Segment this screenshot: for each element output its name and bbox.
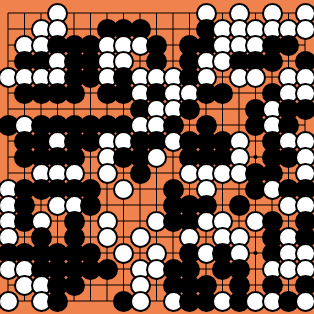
intersection-q1[interactable] bbox=[264, 293, 281, 309]
intersection-s17[interactable] bbox=[297, 37, 314, 53]
intersection-g5[interactable] bbox=[99, 229, 116, 245]
intersection-m6[interactable] bbox=[198, 213, 215, 229]
intersection-c12[interactable] bbox=[33, 117, 50, 133]
intersection-f15[interactable] bbox=[82, 69, 99, 85]
intersection-f16[interactable] bbox=[82, 53, 99, 69]
intersection-i10[interactable] bbox=[132, 149, 149, 165]
intersection-d17[interactable] bbox=[49, 37, 66, 53]
intersection-r10[interactable] bbox=[280, 149, 297, 165]
intersection-k12[interactable] bbox=[165, 117, 182, 133]
intersection-j1[interactable] bbox=[148, 293, 165, 309]
intersection-e12[interactable] bbox=[66, 117, 83, 133]
intersection-m5[interactable] bbox=[198, 229, 215, 245]
intersection-p8[interactable] bbox=[247, 181, 264, 197]
intersection-n6[interactable] bbox=[214, 213, 231, 229]
intersection-p19[interactable] bbox=[247, 5, 264, 21]
intersection-g10[interactable] bbox=[99, 149, 116, 165]
intersection-m4[interactable] bbox=[198, 245, 215, 261]
intersection-l10[interactable] bbox=[181, 149, 198, 165]
intersection-b4[interactable] bbox=[16, 245, 33, 261]
intersection-o19[interactable] bbox=[231, 5, 248, 21]
intersection-r3[interactable] bbox=[280, 261, 297, 277]
intersection-l8[interactable] bbox=[181, 181, 198, 197]
intersection-h1[interactable] bbox=[115, 293, 132, 309]
intersection-c1[interactable] bbox=[33, 293, 50, 309]
intersection-f18[interactable] bbox=[82, 21, 99, 37]
intersection-f2[interactable] bbox=[82, 277, 99, 293]
intersection-m19[interactable] bbox=[198, 5, 215, 21]
intersection-l6[interactable] bbox=[181, 213, 198, 229]
intersection-j11[interactable] bbox=[148, 133, 165, 149]
intersection-a15[interactable] bbox=[0, 69, 16, 85]
intersection-d6[interactable] bbox=[49, 213, 66, 229]
intersection-b19[interactable] bbox=[16, 5, 33, 21]
intersection-c17[interactable] bbox=[33, 37, 50, 53]
intersection-f10[interactable] bbox=[82, 149, 99, 165]
intersection-d10[interactable] bbox=[49, 149, 66, 165]
intersection-k8[interactable] bbox=[165, 181, 182, 197]
intersection-b3[interactable] bbox=[16, 261, 33, 277]
intersection-r8[interactable] bbox=[280, 181, 297, 197]
intersection-k16[interactable] bbox=[165, 53, 182, 69]
intersection-e10[interactable] bbox=[66, 149, 83, 165]
intersection-p13[interactable] bbox=[247, 101, 264, 117]
intersection-k4[interactable] bbox=[165, 245, 182, 261]
intersection-q15[interactable] bbox=[264, 69, 281, 85]
intersection-h2[interactable] bbox=[115, 277, 132, 293]
intersection-l17[interactable] bbox=[181, 37, 198, 53]
intersection-c3[interactable] bbox=[33, 261, 50, 277]
intersection-f8[interactable] bbox=[82, 181, 99, 197]
intersection-l13[interactable] bbox=[181, 101, 198, 117]
intersection-f5[interactable] bbox=[82, 229, 99, 245]
intersection-r5[interactable] bbox=[280, 229, 297, 245]
intersection-b14[interactable] bbox=[16, 85, 33, 101]
intersection-g18[interactable] bbox=[99, 21, 116, 37]
intersection-c18[interactable] bbox=[33, 21, 50, 37]
intersection-e1[interactable] bbox=[66, 293, 83, 309]
intersection-g7[interactable] bbox=[99, 197, 116, 213]
intersection-p16[interactable] bbox=[247, 53, 264, 69]
intersection-j14[interactable] bbox=[148, 85, 165, 101]
intersection-r2[interactable] bbox=[280, 277, 297, 293]
intersection-p12[interactable] bbox=[247, 117, 264, 133]
intersection-d3[interactable] bbox=[49, 261, 66, 277]
intersection-c11[interactable] bbox=[33, 133, 50, 149]
intersection-q16[interactable] bbox=[264, 53, 281, 69]
intersection-p11[interactable] bbox=[247, 133, 264, 149]
intersection-k10[interactable] bbox=[165, 149, 182, 165]
intersection-a9[interactable] bbox=[0, 165, 16, 181]
intersection-g12[interactable] bbox=[99, 117, 116, 133]
intersection-k18[interactable] bbox=[165, 21, 182, 37]
intersection-g2[interactable] bbox=[99, 277, 116, 293]
intersection-a7[interactable] bbox=[0, 197, 16, 213]
intersection-s8[interactable] bbox=[297, 181, 314, 197]
intersection-n15[interactable] bbox=[214, 69, 231, 85]
intersection-i12[interactable] bbox=[132, 117, 149, 133]
intersection-q9[interactable] bbox=[264, 165, 281, 181]
intersection-m16[interactable] bbox=[198, 53, 215, 69]
intersection-r12[interactable] bbox=[280, 117, 297, 133]
intersection-n7[interactable] bbox=[214, 197, 231, 213]
intersection-a12[interactable] bbox=[0, 117, 16, 133]
intersection-g9[interactable] bbox=[99, 165, 116, 181]
intersection-q13[interactable] bbox=[264, 101, 281, 117]
intersection-m13[interactable] bbox=[198, 101, 215, 117]
intersection-a2[interactable] bbox=[0, 277, 16, 293]
intersection-i11[interactable] bbox=[132, 133, 149, 149]
intersection-j2[interactable] bbox=[148, 277, 165, 293]
intersection-q5[interactable] bbox=[264, 229, 281, 245]
intersection-a4[interactable] bbox=[0, 245, 16, 261]
intersection-n4[interactable] bbox=[214, 245, 231, 261]
intersection-o3[interactable] bbox=[231, 261, 248, 277]
intersection-h5[interactable] bbox=[115, 229, 132, 245]
intersection-s16[interactable] bbox=[297, 53, 314, 69]
intersection-e11[interactable] bbox=[66, 133, 83, 149]
intersection-n3[interactable] bbox=[214, 261, 231, 277]
intersection-f17[interactable] bbox=[82, 37, 99, 53]
intersection-b2[interactable] bbox=[16, 277, 33, 293]
intersection-r1[interactable] bbox=[280, 293, 297, 309]
intersection-o10[interactable] bbox=[231, 149, 248, 165]
intersection-n5[interactable] bbox=[214, 229, 231, 245]
intersection-r15[interactable] bbox=[280, 69, 297, 85]
intersection-m3[interactable] bbox=[198, 261, 215, 277]
intersection-d1[interactable] bbox=[49, 293, 66, 309]
intersection-g6[interactable] bbox=[99, 213, 116, 229]
intersection-b11[interactable] bbox=[16, 133, 33, 149]
intersection-p14[interactable] bbox=[247, 85, 264, 101]
intersection-r7[interactable] bbox=[280, 197, 297, 213]
intersection-h17[interactable] bbox=[115, 37, 132, 53]
intersection-g13[interactable] bbox=[99, 101, 116, 117]
intersection-d14[interactable] bbox=[49, 85, 66, 101]
intersection-r18[interactable] bbox=[280, 21, 297, 37]
intersection-i4[interactable] bbox=[132, 245, 149, 261]
intersection-n12[interactable] bbox=[214, 117, 231, 133]
intersection-h6[interactable] bbox=[115, 213, 132, 229]
intersection-s11[interactable] bbox=[297, 133, 314, 149]
intersection-h16[interactable] bbox=[115, 53, 132, 69]
intersection-f1[interactable] bbox=[82, 293, 99, 309]
intersection-f14[interactable] bbox=[82, 85, 99, 101]
intersection-q8[interactable] bbox=[264, 181, 281, 197]
intersection-s18[interactable] bbox=[297, 21, 314, 37]
intersection-e6[interactable] bbox=[66, 213, 83, 229]
intersection-s1[interactable] bbox=[297, 293, 314, 309]
intersection-p1[interactable] bbox=[247, 293, 264, 309]
intersection-f11[interactable] bbox=[82, 133, 99, 149]
intersection-r17[interactable] bbox=[280, 37, 297, 53]
intersection-l4[interactable] bbox=[181, 245, 198, 261]
intersection-a17[interactable] bbox=[0, 37, 16, 53]
intersection-n1[interactable] bbox=[214, 293, 231, 309]
intersection-k2[interactable] bbox=[165, 277, 182, 293]
intersection-i18[interactable] bbox=[132, 21, 149, 37]
intersection-o5[interactable] bbox=[231, 229, 248, 245]
intersection-k11[interactable] bbox=[165, 133, 182, 149]
intersection-l3[interactable] bbox=[181, 261, 198, 277]
intersection-g16[interactable] bbox=[99, 53, 116, 69]
intersection-s9[interactable] bbox=[297, 165, 314, 181]
intersection-n9[interactable] bbox=[214, 165, 231, 181]
intersection-b1[interactable] bbox=[16, 293, 33, 309]
intersection-d4[interactable] bbox=[49, 245, 66, 261]
intersection-s13[interactable] bbox=[297, 101, 314, 117]
intersection-l11[interactable] bbox=[181, 133, 198, 149]
intersection-j5[interactable] bbox=[148, 229, 165, 245]
intersection-g8[interactable] bbox=[99, 181, 116, 197]
intersection-i1[interactable] bbox=[132, 293, 149, 309]
intersection-k9[interactable] bbox=[165, 165, 182, 181]
intersection-s7[interactable] bbox=[297, 197, 314, 213]
intersection-d12[interactable] bbox=[49, 117, 66, 133]
intersection-o14[interactable] bbox=[231, 85, 248, 101]
intersection-h18[interactable] bbox=[115, 21, 132, 37]
intersection-r14[interactable] bbox=[280, 85, 297, 101]
intersection-c4[interactable] bbox=[33, 245, 50, 261]
intersection-b8[interactable] bbox=[16, 181, 33, 197]
go-board[interactable] bbox=[0, 0, 314, 314]
intersection-i7[interactable] bbox=[132, 197, 149, 213]
intersection-j19[interactable] bbox=[148, 5, 165, 21]
intersection-n19[interactable] bbox=[214, 5, 231, 21]
intersection-j16[interactable] bbox=[148, 53, 165, 69]
intersection-r13[interactable] bbox=[280, 101, 297, 117]
intersection-k6[interactable] bbox=[165, 213, 182, 229]
intersection-o6[interactable] bbox=[231, 213, 248, 229]
intersection-n18[interactable] bbox=[214, 21, 231, 37]
intersection-a3[interactable] bbox=[0, 261, 16, 277]
intersection-e9[interactable] bbox=[66, 165, 83, 181]
intersection-d15[interactable] bbox=[49, 69, 66, 85]
intersection-n2[interactable] bbox=[214, 277, 231, 293]
intersection-e16[interactable] bbox=[66, 53, 83, 69]
intersection-e14[interactable] bbox=[66, 85, 83, 101]
intersection-o4[interactable] bbox=[231, 245, 248, 261]
intersection-e4[interactable] bbox=[66, 245, 83, 261]
intersection-r6[interactable] bbox=[280, 213, 297, 229]
intersection-g17[interactable] bbox=[99, 37, 116, 53]
intersection-a19[interactable] bbox=[0, 5, 16, 21]
intersection-e15[interactable] bbox=[66, 69, 83, 85]
intersection-d8[interactable] bbox=[49, 181, 66, 197]
intersection-o9[interactable] bbox=[231, 165, 248, 181]
intersection-q3[interactable] bbox=[264, 261, 281, 277]
intersection-s5[interactable] bbox=[297, 229, 314, 245]
intersection-r11[interactable] bbox=[280, 133, 297, 149]
intersection-g11[interactable] bbox=[99, 133, 116, 149]
intersection-p15[interactable] bbox=[247, 69, 264, 85]
intersection-l15[interactable] bbox=[181, 69, 198, 85]
intersection-m14[interactable] bbox=[198, 85, 215, 101]
intersection-f7[interactable] bbox=[82, 197, 99, 213]
intersection-h3[interactable] bbox=[115, 261, 132, 277]
intersection-s6[interactable] bbox=[297, 213, 314, 229]
intersection-h15[interactable] bbox=[115, 69, 132, 85]
intersection-h11[interactable] bbox=[115, 133, 132, 149]
intersection-q10[interactable] bbox=[264, 149, 281, 165]
intersection-l9[interactable] bbox=[181, 165, 198, 181]
intersection-d13[interactable] bbox=[49, 101, 66, 117]
intersection-k3[interactable] bbox=[165, 261, 182, 277]
intersection-k5[interactable] bbox=[165, 229, 182, 245]
intersection-q18[interactable] bbox=[264, 21, 281, 37]
intersection-s14[interactable] bbox=[297, 85, 314, 101]
intersection-f6[interactable] bbox=[82, 213, 99, 229]
intersection-k7[interactable] bbox=[165, 197, 182, 213]
intersection-q19[interactable] bbox=[264, 5, 281, 21]
intersection-o16[interactable] bbox=[231, 53, 248, 69]
intersection-c13[interactable] bbox=[33, 101, 50, 117]
intersection-p6[interactable] bbox=[247, 213, 264, 229]
intersection-s2[interactable] bbox=[297, 277, 314, 293]
intersection-n11[interactable] bbox=[214, 133, 231, 149]
intersection-h4[interactable] bbox=[115, 245, 132, 261]
intersection-o18[interactable] bbox=[231, 21, 248, 37]
intersection-c16[interactable] bbox=[33, 53, 50, 69]
intersection-a16[interactable] bbox=[0, 53, 16, 69]
intersection-s4[interactable] bbox=[297, 245, 314, 261]
intersection-r4[interactable] bbox=[280, 245, 297, 261]
intersection-j17[interactable] bbox=[148, 37, 165, 53]
intersection-d11[interactable] bbox=[49, 133, 66, 149]
intersection-m10[interactable] bbox=[198, 149, 215, 165]
intersection-e17[interactable] bbox=[66, 37, 83, 53]
intersection-e19[interactable] bbox=[66, 5, 83, 21]
intersection-m2[interactable] bbox=[198, 277, 215, 293]
intersection-s19[interactable] bbox=[297, 5, 314, 21]
intersection-l7[interactable] bbox=[181, 197, 198, 213]
intersection-j13[interactable] bbox=[148, 101, 165, 117]
intersection-c10[interactable] bbox=[33, 149, 50, 165]
intersection-b12[interactable] bbox=[16, 117, 33, 133]
intersection-p18[interactable] bbox=[247, 21, 264, 37]
intersection-h7[interactable] bbox=[115, 197, 132, 213]
intersection-b9[interactable] bbox=[16, 165, 33, 181]
intersection-h12[interactable] bbox=[115, 117, 132, 133]
intersection-g19[interactable] bbox=[99, 5, 116, 21]
intersection-o12[interactable] bbox=[231, 117, 248, 133]
intersection-o1[interactable] bbox=[231, 293, 248, 309]
intersection-a14[interactable] bbox=[0, 85, 16, 101]
intersection-o11[interactable] bbox=[231, 133, 248, 149]
intersection-m18[interactable] bbox=[198, 21, 215, 37]
intersection-l18[interactable] bbox=[181, 21, 198, 37]
intersection-d16[interactable] bbox=[49, 53, 66, 69]
intersection-h8[interactable] bbox=[115, 181, 132, 197]
intersection-c6[interactable] bbox=[33, 213, 50, 229]
intersection-d5[interactable] bbox=[49, 229, 66, 245]
intersection-l2[interactable] bbox=[181, 277, 198, 293]
intersection-m15[interactable] bbox=[198, 69, 215, 85]
intersection-q12[interactable] bbox=[264, 117, 281, 133]
intersection-s12[interactable] bbox=[297, 117, 314, 133]
intersection-a18[interactable] bbox=[0, 21, 16, 37]
intersection-d2[interactable] bbox=[49, 277, 66, 293]
intersection-f3[interactable] bbox=[82, 261, 99, 277]
intersection-k19[interactable] bbox=[165, 5, 182, 21]
intersection-f4[interactable] bbox=[82, 245, 99, 261]
intersection-n17[interactable] bbox=[214, 37, 231, 53]
intersection-p7[interactable] bbox=[247, 197, 264, 213]
intersection-i2[interactable] bbox=[132, 277, 149, 293]
intersection-s10[interactable] bbox=[297, 149, 314, 165]
intersection-c2[interactable] bbox=[33, 277, 50, 293]
intersection-b10[interactable] bbox=[16, 149, 33, 165]
intersection-k1[interactable] bbox=[165, 293, 182, 309]
intersection-j12[interactable] bbox=[148, 117, 165, 133]
intersection-d18[interactable] bbox=[49, 21, 66, 37]
intersection-q11[interactable] bbox=[264, 133, 281, 149]
intersection-j18[interactable] bbox=[148, 21, 165, 37]
intersection-r16[interactable] bbox=[280, 53, 297, 69]
intersection-i3[interactable] bbox=[132, 261, 149, 277]
intersection-m8[interactable] bbox=[198, 181, 215, 197]
intersection-p9[interactable] bbox=[247, 165, 264, 181]
intersection-k15[interactable] bbox=[165, 69, 182, 85]
intersection-m1[interactable] bbox=[198, 293, 215, 309]
intersection-n14[interactable] bbox=[214, 85, 231, 101]
intersection-m11[interactable] bbox=[198, 133, 215, 149]
intersection-b5[interactable] bbox=[16, 229, 33, 245]
intersection-q6[interactable] bbox=[264, 213, 281, 229]
intersection-f13[interactable] bbox=[82, 101, 99, 117]
intersection-e13[interactable] bbox=[66, 101, 83, 117]
intersection-a13[interactable] bbox=[0, 101, 16, 117]
intersection-f12[interactable] bbox=[82, 117, 99, 133]
intersection-l16[interactable] bbox=[181, 53, 198, 69]
intersection-i16[interactable] bbox=[132, 53, 149, 69]
intersection-g1[interactable] bbox=[99, 293, 116, 309]
intersection-d7[interactable] bbox=[49, 197, 66, 213]
intersection-p17[interactable] bbox=[247, 37, 264, 53]
intersection-r19[interactable] bbox=[280, 5, 297, 21]
intersection-q17[interactable] bbox=[264, 37, 281, 53]
intersection-c15[interactable] bbox=[33, 69, 50, 85]
intersection-e5[interactable] bbox=[66, 229, 83, 245]
intersection-p10[interactable] bbox=[247, 149, 264, 165]
intersection-i9[interactable] bbox=[132, 165, 149, 181]
intersection-e2[interactable] bbox=[66, 277, 83, 293]
intersection-l19[interactable] bbox=[181, 5, 198, 21]
intersection-i15[interactable] bbox=[132, 69, 149, 85]
intersection-g4[interactable] bbox=[99, 245, 116, 261]
intersection-a10[interactable] bbox=[0, 149, 16, 165]
intersection-n13[interactable] bbox=[214, 101, 231, 117]
intersection-g14[interactable] bbox=[99, 85, 116, 101]
intersection-e8[interactable] bbox=[66, 181, 83, 197]
intersection-j10[interactable] bbox=[148, 149, 165, 165]
intersection-j7[interactable] bbox=[148, 197, 165, 213]
intersection-k14[interactable] bbox=[165, 85, 182, 101]
intersection-q2[interactable] bbox=[264, 277, 281, 293]
intersection-q14[interactable] bbox=[264, 85, 281, 101]
intersection-a8[interactable] bbox=[0, 181, 16, 197]
intersection-h14[interactable] bbox=[115, 85, 132, 101]
intersection-i5[interactable] bbox=[132, 229, 149, 245]
intersection-b16[interactable] bbox=[16, 53, 33, 69]
intersection-o2[interactable] bbox=[231, 277, 248, 293]
intersection-f9[interactable] bbox=[82, 165, 99, 181]
intersection-m17[interactable] bbox=[198, 37, 215, 53]
intersection-e18[interactable] bbox=[66, 21, 83, 37]
intersection-c9[interactable] bbox=[33, 165, 50, 181]
intersection-l1[interactable] bbox=[181, 293, 198, 309]
intersection-g15[interactable] bbox=[99, 69, 116, 85]
